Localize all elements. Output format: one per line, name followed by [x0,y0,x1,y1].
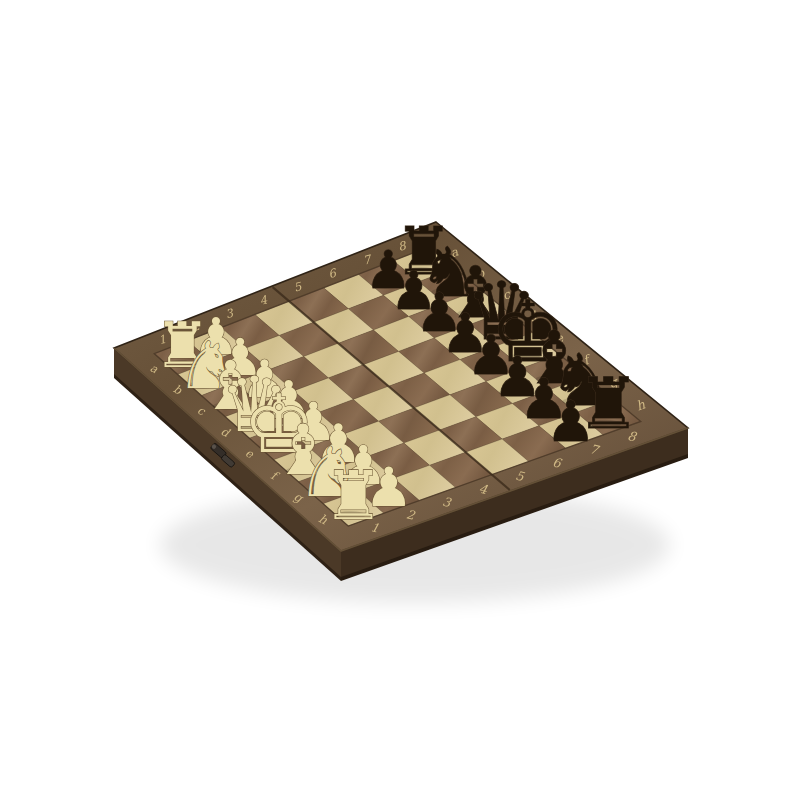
piece-black-pawn-h7: ♟ [546,389,596,454]
product-photo-canvas: 1122334455667788aabbccddeeffgghh♜♟♞♟♝♟♛♟… [0,0,800,800]
piece-white-rook-h1: ♜ [323,457,383,535]
chess-set-photo: 1122334455667788aabbccddeeffgghh♜♟♞♟♝♟♛♟… [0,0,800,800]
